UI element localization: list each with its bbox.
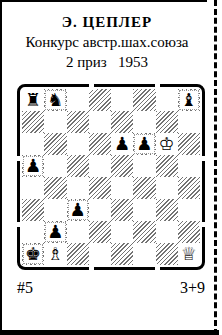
frame-tick <box>155 83 160 90</box>
piece-black-pawn-e6: ♟ <box>111 133 133 155</box>
square-d2 <box>89 221 111 243</box>
square-f6: ♟ <box>133 133 155 155</box>
square-g5 <box>156 155 178 177</box>
frame-tick <box>199 156 206 161</box>
square-e8 <box>111 89 133 111</box>
square-b3 <box>44 199 66 221</box>
material-count-label: 3+9 <box>180 279 205 297</box>
square-d7 <box>89 111 111 133</box>
square-g8 <box>156 89 178 111</box>
frame-tick <box>155 264 160 271</box>
square-e3 <box>111 199 133 221</box>
square-f7 <box>133 111 155 133</box>
square-g7 <box>156 111 178 133</box>
tourney-name: Конкурс австр.шах.союза <box>0 32 214 52</box>
page-edge-bottom <box>0 330 219 335</box>
square-b8: ♞ <box>44 89 66 111</box>
square-f4 <box>133 177 155 199</box>
stipulation-label: #5 <box>17 279 33 297</box>
square-d3 <box>89 199 111 221</box>
header: Э. ЦЕПЛЕР Конкурс австр.шах.союза 2 приз… <box>0 12 214 72</box>
square-f1 <box>133 243 155 265</box>
square-c6 <box>67 133 89 155</box>
square-f5 <box>133 155 155 177</box>
square-a2 <box>22 221 44 243</box>
square-a6 <box>22 133 44 155</box>
problem-card: Э. ЦЕПЛЕР Конкурс австр.шах.союза 2 приз… <box>0 0 222 335</box>
square-h8: ♝ <box>178 89 200 111</box>
square-h4 <box>178 177 200 199</box>
frame-tick <box>16 222 23 227</box>
square-c5 <box>67 155 89 177</box>
square-g3 <box>156 199 178 221</box>
frame-tick <box>89 264 94 271</box>
square-g2 <box>156 221 178 243</box>
square-a1: ♚ <box>22 243 44 265</box>
page-edge-dashed <box>214 0 217 335</box>
frame-tick <box>199 222 206 227</box>
square-h1: ♕ <box>178 243 200 265</box>
square-a7 <box>22 111 44 133</box>
square-h3 <box>178 199 200 221</box>
square-a4 <box>22 177 44 199</box>
piece-white-king-g6: ♔ <box>156 133 178 155</box>
square-g4 <box>156 177 178 199</box>
piece-black-bishop-h8: ♝ <box>178 89 200 111</box>
square-d4 <box>89 177 111 199</box>
piece-black-pawn-b2: ♟ <box>44 221 66 243</box>
piece-white-bishop-b1: ♗ <box>44 243 66 265</box>
square-d8 <box>89 89 111 111</box>
caption: #5 3+9 <box>17 279 205 297</box>
award-year: 2 приз 1953 <box>0 52 214 72</box>
square-f8 <box>133 89 155 111</box>
piece-white-queen-h1: ♕ <box>178 243 200 265</box>
square-e7 <box>111 111 133 133</box>
square-f2 <box>133 221 155 243</box>
piece-black-king-a1: ♚ <box>22 243 44 265</box>
frame-tick <box>89 83 94 90</box>
square-h2 <box>178 221 200 243</box>
square-c2 <box>67 221 89 243</box>
square-e6: ♟ <box>111 133 133 155</box>
square-e5 <box>111 155 133 177</box>
square-c7 <box>67 111 89 133</box>
square-b2: ♟ <box>44 221 66 243</box>
square-a8: ♜ <box>22 89 44 111</box>
square-h7 <box>178 111 200 133</box>
square-d5 <box>89 155 111 177</box>
board-grid: ♜♞♝♟♟♔♟♟♟♚♗♕ <box>22 89 200 265</box>
square-c1 <box>67 243 89 265</box>
square-e4 <box>111 177 133 199</box>
square-e2 <box>111 221 133 243</box>
square-b4 <box>44 177 66 199</box>
square-g1 <box>156 243 178 265</box>
piece-black-pawn-f6: ♟ <box>133 133 155 155</box>
square-e1 <box>111 243 133 265</box>
piece-black-knight-b8: ♞ <box>44 89 66 111</box>
square-b5 <box>44 155 66 177</box>
square-a5: ♟ <box>22 155 44 177</box>
square-c3: ♟ <box>67 199 89 221</box>
square-a3 <box>22 199 44 221</box>
piece-black-pawn-a5: ♟ <box>22 155 44 177</box>
square-d1 <box>89 243 111 265</box>
square-g6: ♔ <box>156 133 178 155</box>
square-d6 <box>89 133 111 155</box>
square-h5 <box>178 155 200 177</box>
composer-name: Э. ЦЕПЛЕР <box>0 12 214 32</box>
frame-tick <box>16 156 23 161</box>
chess-board: ♜♞♝♟♟♔♟♟♟♚♗♕ <box>17 84 205 270</box>
square-c4 <box>67 177 89 199</box>
square-f3 <box>133 199 155 221</box>
square-b1: ♗ <box>44 243 66 265</box>
square-b7 <box>44 111 66 133</box>
page-edge-top <box>0 0 207 2</box>
square-c8 <box>67 89 89 111</box>
square-b6 <box>44 133 66 155</box>
piece-black-rook-a8: ♜ <box>22 89 44 111</box>
square-h6 <box>178 133 200 155</box>
piece-black-pawn-c3: ♟ <box>67 199 89 221</box>
